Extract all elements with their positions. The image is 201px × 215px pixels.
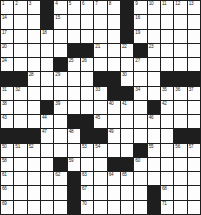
clue-number: 20: [2, 44, 7, 49]
grid-cell[interactable]: [28, 58, 40, 71]
grid-cell[interactable]: 66: [1, 186, 13, 199]
clue-number: 13: [189, 1, 194, 6]
grid-cell[interactable]: [14, 115, 26, 128]
grid-cell[interactable]: 18: [41, 30, 53, 43]
grid-cell[interactable]: 29: [54, 72, 66, 85]
grid-cell[interactable]: [108, 115, 120, 128]
clue-number: 68: [162, 186, 167, 191]
grid-cell[interactable]: 45: [94, 115, 106, 128]
grid-cell[interactable]: 5: [68, 1, 80, 14]
black-cell: [1, 129, 13, 142]
grid-cell[interactable]: [174, 115, 186, 128]
black-cell: [121, 158, 133, 171]
clue-number: 57: [189, 144, 194, 149]
grid-cell[interactable]: 34: [134, 87, 146, 100]
black-cell: [161, 72, 173, 85]
clue-number: 26: [82, 58, 87, 63]
grid-cell[interactable]: 60: [134, 158, 146, 171]
clue-number: 43: [2, 115, 7, 120]
grid-cell[interactable]: [68, 72, 80, 85]
clue-number: 36: [175, 87, 180, 92]
grid-cell[interactable]: 21: [94, 44, 106, 57]
grid-cell[interactable]: 55: [148, 144, 160, 157]
grid-cell[interactable]: [41, 144, 53, 157]
grid-cell[interactable]: [121, 144, 133, 157]
grid-cell[interactable]: [161, 129, 173, 142]
black-cell: [94, 72, 106, 85]
grid-cell[interactable]: 7: [94, 1, 106, 14]
grid-cell[interactable]: 65: [121, 172, 133, 185]
grid-cell[interactable]: [28, 87, 40, 100]
clue-number: 47: [42, 129, 47, 134]
grid-cell[interactable]: [134, 129, 146, 142]
clue-number: 6: [82, 1, 84, 6]
clue-number: 1: [2, 1, 4, 6]
grid-cell[interactable]: 15: [54, 15, 66, 28]
grid-cell[interactable]: [188, 58, 200, 71]
grid-cell[interactable]: [174, 30, 186, 43]
grid-cell[interactable]: 16: [134, 15, 146, 28]
grid-cell[interactable]: 33: [94, 87, 106, 100]
grid-cell[interactable]: 28: [28, 72, 40, 85]
grid-cell[interactable]: 64: [108, 172, 120, 185]
grid-cell[interactable]: 52: [28, 144, 40, 157]
grid-cell[interactable]: [188, 186, 200, 199]
clue-number: 40: [109, 101, 114, 106]
grid-cell[interactable]: 40: [108, 101, 120, 114]
clue-number: 15: [55, 15, 60, 20]
grid-cell[interactable]: [161, 172, 173, 185]
grid-cell[interactable]: [14, 30, 26, 43]
grid-cell[interactable]: [148, 72, 160, 85]
grid-cell[interactable]: 58: [1, 158, 13, 171]
grid-cell[interactable]: [174, 15, 186, 28]
grid-cell[interactable]: 9: [134, 1, 146, 14]
grid-cell[interactable]: [108, 30, 120, 43]
grid-cell[interactable]: 1: [1, 1, 13, 14]
black-cell: [1, 72, 13, 85]
grid-cell[interactable]: [54, 44, 66, 57]
grid-cell[interactable]: [54, 30, 66, 43]
grid-cell[interactable]: [174, 186, 186, 199]
grid-cell[interactable]: [54, 144, 66, 157]
clue-number: 22: [122, 44, 127, 49]
black-cell: [68, 115, 80, 128]
black-cell: [188, 72, 200, 85]
grid-cell[interactable]: [28, 172, 40, 185]
grid-cell[interactable]: 26: [81, 58, 93, 71]
grid-cell[interactable]: 23: [148, 44, 160, 57]
clue-number: 39: [55, 101, 60, 106]
grid-cell[interactable]: 41: [121, 101, 133, 114]
grid-cell[interactable]: [148, 15, 160, 28]
clue-number: 67: [82, 186, 87, 191]
clue-number: 60: [135, 158, 140, 163]
grid-cell[interactable]: [174, 201, 186, 214]
grid-cell[interactable]: 43: [1, 115, 13, 128]
clue-number: 52: [29, 144, 34, 149]
grid-cell[interactable]: 67: [81, 186, 93, 199]
grid-cell[interactable]: [108, 186, 120, 199]
grid-cell[interactable]: 46: [148, 115, 160, 128]
grid-cell[interactable]: [14, 172, 26, 185]
black-cell: [28, 129, 40, 142]
grid-cell[interactable]: [148, 172, 160, 185]
black-cell: [121, 1, 133, 14]
clue-number: 19: [135, 30, 140, 35]
clue-number: 10: [149, 1, 154, 6]
clue-number: 49: [109, 129, 114, 134]
grid-cell[interactable]: [14, 158, 26, 171]
black-cell: [148, 101, 160, 114]
clue-number: 59: [69, 158, 74, 163]
grid-cell[interactable]: [28, 15, 40, 28]
grid-cell[interactable]: 53: [81, 144, 93, 157]
grid-cell[interactable]: 22: [121, 44, 133, 57]
grid-cell[interactable]: 12: [174, 1, 186, 14]
clue-number: 44: [42, 115, 47, 120]
clue-number: 34: [135, 87, 140, 92]
grid-cell[interactable]: 3: [28, 1, 40, 14]
grid-cell[interactable]: 13: [188, 1, 200, 14]
clue-number: 71: [162, 201, 167, 206]
clue-number: 2: [15, 1, 17, 6]
clue-number: 55: [149, 144, 154, 149]
black-cell: [108, 72, 120, 85]
clue-number: 12: [175, 1, 180, 6]
grid-cell[interactable]: 14: [1, 15, 13, 28]
grid-cell[interactable]: [94, 15, 106, 28]
grid-cell[interactable]: 25: [68, 58, 80, 71]
clue-number: 46: [149, 115, 154, 120]
clue-number: 33: [95, 87, 100, 92]
grid-cell[interactable]: 44: [41, 115, 53, 128]
grid-cell[interactable]: [28, 201, 40, 214]
black-cell: [68, 201, 80, 214]
grid-cell[interactable]: [134, 186, 146, 199]
clue-number: 61: [2, 172, 7, 177]
grid-cell[interactable]: [188, 201, 200, 214]
clue-number: 25: [69, 58, 74, 63]
grid-cell[interactable]: [161, 144, 173, 157]
grid-cell[interactable]: [28, 158, 40, 171]
grid-cell[interactable]: [108, 144, 120, 157]
grid-cell[interactable]: [188, 115, 200, 128]
clue-number: 63: [82, 172, 87, 177]
black-cell: [108, 158, 120, 171]
clue-number: 32: [15, 87, 20, 92]
black-cell: [148, 186, 160, 199]
clue-number: 8: [109, 1, 111, 6]
clue-number: 11: [162, 1, 166, 6]
clue-number: 65: [122, 172, 127, 177]
grid-cell[interactable]: [121, 115, 133, 128]
grid-cell[interactable]: [108, 44, 120, 57]
grid-cell[interactable]: [41, 58, 53, 71]
clue-number: 48: [69, 129, 74, 134]
grid-cell[interactable]: 10: [148, 1, 160, 14]
grid-cell[interactable]: 24: [1, 58, 13, 71]
grid-cell[interactable]: 6: [81, 1, 93, 14]
black-cell: [68, 186, 80, 199]
grid-cell[interactable]: [68, 30, 80, 43]
black-cell: [68, 172, 80, 185]
grid-cell[interactable]: [148, 129, 160, 142]
grid-cell[interactable]: [174, 158, 186, 171]
grid-cell[interactable]: [188, 15, 200, 28]
clue-number: 23: [149, 44, 154, 49]
grid-cell[interactable]: [14, 44, 26, 57]
grid-cell[interactable]: [81, 101, 93, 114]
grid-cell[interactable]: [28, 101, 40, 114]
grid-cell[interactable]: 31: [1, 87, 13, 100]
grid-cell[interactable]: [161, 44, 173, 57]
grid-cell[interactable]: [68, 101, 80, 114]
grid-cell[interactable]: [161, 58, 173, 71]
clue-number: 27: [135, 58, 140, 63]
clue-number: 66: [2, 186, 7, 191]
grid-cell[interactable]: [14, 58, 26, 71]
clue-number: 56: [175, 144, 180, 149]
grid-cell[interactable]: [174, 101, 186, 114]
grid-cell[interactable]: [94, 58, 106, 71]
clue-number: 31: [2, 87, 7, 92]
grid-cell[interactable]: [41, 201, 53, 214]
clue-number: 64: [109, 172, 114, 177]
grid-cell[interactable]: [148, 58, 160, 71]
grid-cell[interactable]: [28, 115, 40, 128]
black-cell: [174, 129, 186, 142]
grid-cell[interactable]: [41, 186, 53, 199]
grid-cell[interactable]: [41, 158, 53, 171]
grid-cell[interactable]: [94, 201, 106, 214]
black-cell: [121, 15, 133, 28]
clue-number: 29: [55, 72, 60, 77]
grid-cell[interactable]: 19: [134, 30, 146, 43]
grid-cell[interactable]: [174, 172, 186, 185]
black-cell: [188, 129, 200, 142]
clue-number: 5: [69, 1, 71, 6]
grid-cell[interactable]: [14, 101, 26, 114]
grid-cell[interactable]: 17: [1, 30, 13, 43]
grid-cell[interactable]: 61: [1, 172, 13, 185]
grid-cell[interactable]: 51: [14, 144, 26, 157]
clue-number: 53: [82, 144, 87, 149]
clue-number: 54: [95, 144, 100, 149]
grid-cell[interactable]: [41, 44, 53, 57]
grid-cell[interactable]: 38: [1, 101, 13, 114]
clue-number: 35: [162, 87, 167, 92]
clue-number: 4: [55, 1, 57, 6]
grid-cell[interactable]: [28, 186, 40, 199]
grid-cell[interactable]: [108, 15, 120, 28]
grid-cell[interactable]: [134, 101, 146, 114]
grid-cell[interactable]: [148, 158, 160, 171]
grid-cell[interactable]: 11: [161, 1, 173, 14]
grid-cell[interactable]: [108, 201, 120, 214]
clue-number: 50: [2, 144, 7, 149]
clue-number: 16: [135, 15, 140, 20]
grid-cell[interactable]: [161, 15, 173, 28]
clue-number: 41: [122, 101, 127, 106]
grid-cell[interactable]: [94, 186, 106, 199]
grid-cell[interactable]: 4: [54, 1, 66, 14]
grid-cell[interactable]: [41, 172, 53, 185]
black-cell: [41, 15, 53, 28]
black-cell: [174, 72, 186, 85]
grid-cell[interactable]: 71: [161, 201, 173, 214]
clue-number: 3: [29, 1, 31, 6]
black-cell: [81, 129, 93, 142]
grid-cell[interactable]: [188, 30, 200, 43]
grid-cell[interactable]: 49: [108, 129, 120, 142]
clue-number: 28: [29, 72, 34, 77]
clue-number: 51: [15, 144, 20, 149]
grid-cell[interactable]: 20: [1, 44, 13, 57]
grid-cell[interactable]: [54, 87, 66, 100]
black-cell: [81, 44, 93, 57]
grid-cell[interactable]: [121, 129, 133, 142]
grid-cell[interactable]: [81, 87, 93, 100]
grid-cell[interactable]: [148, 87, 160, 100]
black-cell: [41, 101, 53, 114]
grid-cell[interactable]: [174, 58, 186, 71]
black-cell: [54, 58, 66, 71]
black-cell: [41, 1, 53, 14]
grid-cell[interactable]: [28, 30, 40, 43]
grid-cell[interactable]: [188, 172, 200, 185]
clue-number: 24: [2, 58, 7, 63]
grid-cell[interactable]: [68, 144, 80, 157]
grid-cell[interactable]: [188, 158, 200, 171]
grid-cell[interactable]: [161, 30, 173, 43]
grid-cell[interactable]: 35: [161, 87, 173, 100]
black-cell: [14, 72, 26, 85]
grid-cell[interactable]: [161, 158, 173, 171]
grid-cell[interactable]: [121, 58, 133, 71]
clue-number: 7: [95, 1, 97, 6]
grid-cell[interactable]: 2: [14, 1, 26, 14]
grid-cell[interactable]: [81, 15, 93, 28]
grid-cell[interactable]: 69: [1, 201, 13, 214]
grid-cell[interactable]: [94, 30, 106, 43]
grid-cell[interactable]: 32: [14, 87, 26, 100]
grid-cell[interactable]: 54: [94, 144, 106, 157]
clue-number: 14: [2, 15, 7, 20]
black-cell: [108, 87, 120, 100]
grid-cell[interactable]: [14, 186, 26, 199]
black-cell: [68, 44, 80, 57]
clue-number: 58: [2, 158, 7, 163]
black-cell: [121, 30, 133, 43]
grid-cell[interactable]: [41, 87, 53, 100]
clue-number: 18: [42, 30, 47, 35]
clue-number: 70: [82, 201, 87, 206]
clue-number: 30: [122, 72, 127, 77]
grid-cell[interactable]: [54, 129, 66, 142]
clue-number: 21: [95, 44, 100, 49]
clue-number: 37: [189, 87, 194, 92]
grid-cell[interactable]: [134, 72, 146, 85]
grid-cell[interactable]: [134, 172, 146, 185]
grid-cell[interactable]: [68, 15, 80, 28]
grid-cell[interactable]: [94, 101, 106, 114]
grid-cell[interactable]: [161, 115, 173, 128]
grid-cell[interactable]: 62: [54, 172, 66, 185]
grid-cell[interactable]: 42: [161, 101, 173, 114]
grid-cell[interactable]: 36: [174, 87, 186, 100]
black-cell: [121, 87, 133, 100]
grid-cell[interactable]: 30: [121, 72, 133, 85]
black-cell: [81, 115, 93, 128]
grid-cell[interactable]: 57: [188, 144, 200, 157]
grid-cell[interactable]: [188, 101, 200, 114]
grid-cell[interactable]: [148, 30, 160, 43]
grid-cell[interactable]: 50: [1, 144, 13, 157]
grid-cell[interactable]: [81, 158, 93, 171]
clue-number: 9: [135, 1, 137, 6]
grid-cell[interactable]: [68, 87, 80, 100]
black-cell: [94, 129, 106, 142]
grid-cell[interactable]: 37: [188, 87, 200, 100]
grid-cell[interactable]: [28, 44, 40, 57]
grid-cell[interactable]: [14, 201, 26, 214]
grid-cell[interactable]: [188, 44, 200, 57]
grid-cell[interactable]: [81, 72, 93, 85]
clue-number: 38: [2, 101, 7, 106]
grid-cell[interactable]: [14, 15, 26, 28]
clue-number: 62: [55, 172, 60, 177]
clue-number: 17: [2, 30, 7, 35]
black-cell: [148, 201, 160, 214]
grid-cell[interactable]: 63: [81, 172, 93, 185]
crossword-grid: 1234567891011121314151617181920212223242…: [0, 0, 201, 215]
grid-cell[interactable]: [134, 201, 146, 214]
grid-cell[interactable]: [134, 115, 146, 128]
grid-cell[interactable]: 47: [41, 129, 53, 142]
clue-number: 69: [2, 201, 7, 206]
clue-number: 45: [95, 115, 100, 120]
grid-cell[interactable]: [121, 186, 133, 199]
black-cell: [14, 129, 26, 142]
grid-cell[interactable]: 68: [161, 186, 173, 199]
grid-cell[interactable]: [174, 44, 186, 57]
clue-number: 42: [162, 101, 167, 106]
black-cell: [134, 44, 146, 57]
grid-cell[interactable]: 39: [54, 101, 66, 114]
grid-cell[interactable]: 48: [68, 129, 80, 142]
grid-cell[interactable]: 56: [174, 144, 186, 157]
grid-cell[interactable]: [108, 58, 120, 71]
black-cell: [54, 158, 66, 171]
grid-cell[interactable]: [54, 115, 66, 128]
grid-cell[interactable]: [41, 72, 53, 85]
grid-cell[interactable]: [94, 158, 106, 171]
grid-cell[interactable]: [81, 30, 93, 43]
grid-cell[interactable]: [54, 186, 66, 199]
black-cell: [134, 144, 146, 157]
grid-cell[interactable]: [121, 201, 133, 214]
grid-cell[interactable]: [54, 201, 66, 214]
grid-cell[interactable]: 70: [81, 201, 93, 214]
grid-cell[interactable]: 27: [134, 58, 146, 71]
grid-cell[interactable]: 59: [68, 158, 80, 171]
grid-cell[interactable]: [94, 172, 106, 185]
grid-cell[interactable]: 8: [108, 1, 120, 14]
